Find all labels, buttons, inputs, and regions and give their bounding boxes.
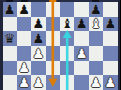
square-f3[interactable] [74, 61, 88, 76]
square-e2[interactable] [60, 75, 74, 90]
piece-black-pawn-h6[interactable]: ♟ [104, 17, 116, 30]
square-g4[interactable] [89, 46, 103, 61]
square-a3[interactable] [3, 61, 17, 76]
piece-white-pawn-g2[interactable]: ♟ [90, 76, 102, 89]
square-e7[interactable] [60, 2, 74, 17]
square-b7[interactable]: ♟ [17, 2, 31, 17]
square-g2[interactable]: ♟ [89, 75, 103, 90]
piece-black-pawn-c6[interactable]: ♟ [33, 17, 45, 30]
square-f7[interactable] [74, 2, 88, 17]
square-e3[interactable] [60, 61, 74, 76]
square-e4[interactable] [60, 46, 74, 61]
square-a4[interactable] [3, 46, 17, 61]
square-h3[interactable] [103, 61, 117, 76]
piece-black-bishop-e6[interactable]: ♝ [61, 17, 73, 30]
square-a7[interactable]: ♟ [3, 2, 17, 17]
square-d4[interactable] [46, 46, 60, 61]
piece-white-pawn-c2[interactable]: ♟ [33, 76, 45, 89]
piece-black-pawn-a7[interactable]: ♟ [4, 2, 16, 15]
square-a2[interactable] [3, 75, 17, 90]
piece-black-queen-a5[interactable]: ♛ [4, 32, 16, 45]
square-h7[interactable] [103, 2, 117, 17]
square-c7[interactable] [31, 2, 45, 17]
square-f4[interactable]: ♟ [74, 46, 88, 61]
square-g6[interactable]: ♝ [89, 17, 103, 32]
piece-black-pawn-g7[interactable]: ♟ [90, 2, 102, 15]
chess-board[interactable]: ♟♟♟♟♝♟♝♟♛♟♟♟♟♟♟♟♟ [3, 2, 118, 90]
square-c2[interactable]: ♟ [31, 75, 45, 90]
square-h4[interactable] [103, 46, 117, 61]
square-g7[interactable]: ♟ [89, 2, 103, 17]
square-c3[interactable] [31, 61, 45, 76]
square-e6[interactable]: ♝ [60, 17, 74, 32]
square-f2[interactable] [74, 75, 88, 90]
square-a5[interactable]: ♛ [3, 31, 17, 46]
square-f5[interactable] [74, 31, 88, 46]
square-f6[interactable]: ♟ [74, 17, 88, 32]
square-h6[interactable]: ♟ [103, 17, 117, 32]
square-a6[interactable] [3, 17, 17, 32]
square-c6[interactable]: ♟ [31, 17, 45, 32]
square-d3[interactable] [46, 61, 60, 76]
square-c5[interactable]: ♟ [31, 31, 45, 46]
square-d2[interactable] [46, 75, 60, 90]
square-e5[interactable] [60, 31, 74, 46]
square-c4[interactable]: ♟ [31, 46, 45, 61]
square-d6[interactable] [46, 17, 60, 32]
piece-white-bishop-g6[interactable]: ♝ [90, 17, 102, 30]
square-b6[interactable] [17, 17, 31, 32]
piece-black-pawn-c5[interactable]: ♟ [33, 32, 45, 45]
piece-white-pawn-b2[interactable]: ♟ [18, 76, 30, 89]
square-h2[interactable]: ♟ [103, 75, 117, 90]
board-right-border [118, 0, 121, 90]
piece-white-pawn-c4[interactable]: ♟ [33, 46, 45, 59]
square-b3[interactable]: ♟ [17, 61, 31, 76]
square-d5[interactable] [46, 31, 60, 46]
piece-white-pawn-b3[interactable]: ♟ [18, 61, 30, 74]
square-g5[interactable] [89, 31, 103, 46]
piece-white-pawn-h2[interactable]: ♟ [104, 76, 116, 89]
square-b5[interactable] [17, 31, 31, 46]
square-b4[interactable] [17, 46, 31, 61]
chess-app-screenshot: ♟♟♟♟♝♟♝♟♛♟♟♟♟♟♟♟♟ [0, 0, 120, 90]
piece-black-pawn-f6[interactable]: ♟ [76, 17, 88, 30]
square-g3[interactable] [89, 61, 103, 76]
square-h5[interactable] [103, 31, 117, 46]
square-b2[interactable]: ♟ [17, 75, 31, 90]
piece-black-pawn-b7[interactable]: ♟ [18, 2, 30, 15]
piece-white-pawn-f4[interactable]: ♟ [76, 46, 88, 59]
square-d7[interactable] [46, 2, 60, 17]
